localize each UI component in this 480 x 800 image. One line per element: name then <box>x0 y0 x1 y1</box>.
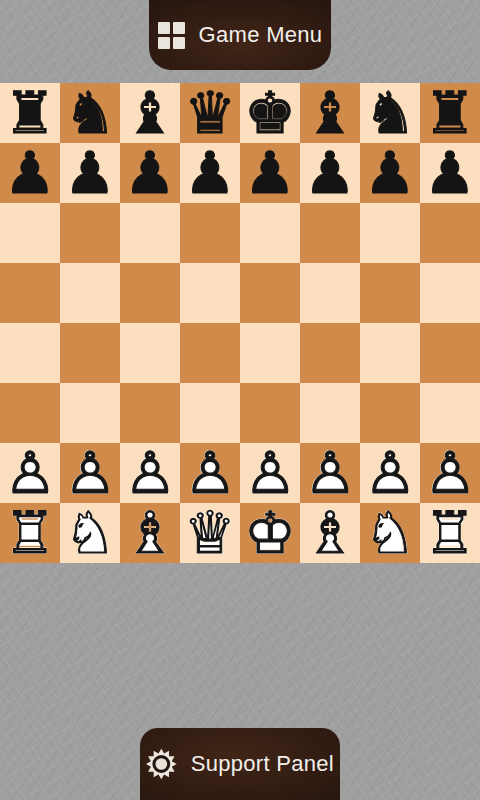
piece-black-knight[interactable]: ♞ <box>360 83 420 143</box>
piece-black-pawn[interactable]: ♟ <box>120 143 180 203</box>
square-d7[interactable]: ♟ <box>180 143 240 203</box>
square-f5[interactable] <box>300 263 360 323</box>
piece-black-rook[interactable]: ♜ <box>420 83 480 143</box>
square-c3[interactable] <box>120 383 180 443</box>
square-b8[interactable]: ♞ <box>60 83 120 143</box>
square-e5[interactable] <box>240 263 300 323</box>
square-b7[interactable]: ♟ <box>60 143 120 203</box>
piece-outline: ♖ <box>0 503 60 563</box>
square-h7[interactable]: ♟ <box>420 143 480 203</box>
square-f3[interactable] <box>300 383 360 443</box>
square-h8[interactable]: ♜ <box>420 83 480 143</box>
square-e4[interactable] <box>240 323 300 383</box>
square-e3[interactable] <box>240 383 300 443</box>
square-b4[interactable] <box>60 323 120 383</box>
piece-black-pawn[interactable]: ♟ <box>60 143 120 203</box>
piece-outline: ♙ <box>300 443 360 503</box>
square-c6[interactable] <box>120 203 180 263</box>
square-h3[interactable] <box>420 383 480 443</box>
square-a3[interactable] <box>0 383 60 443</box>
piece-outline: ♔ <box>240 503 300 563</box>
piece-white-pawn[interactable]: ♟♙ <box>180 443 240 503</box>
piece-black-pawn[interactable]: ♟ <box>0 143 60 203</box>
piece-outline: ♙ <box>120 443 180 503</box>
square-d3[interactable] <box>180 383 240 443</box>
square-g5[interactable] <box>360 263 420 323</box>
piece-black-pawn[interactable]: ♟ <box>360 143 420 203</box>
piece-outline: ♙ <box>420 443 480 503</box>
square-b1[interactable]: ♞♘ <box>60 503 120 563</box>
square-d4[interactable] <box>180 323 240 383</box>
piece-black-bishop[interactable]: ♝ <box>300 83 360 143</box>
square-f6[interactable] <box>300 203 360 263</box>
square-c2[interactable]: ♟♙ <box>120 443 180 503</box>
piece-outline: ♘ <box>60 503 120 563</box>
piece-black-pawn[interactable]: ♟ <box>300 143 360 203</box>
support-panel-label: Support Panel <box>191 751 334 777</box>
square-f1[interactable]: ♝♗ <box>300 503 360 563</box>
square-g2[interactable]: ♟♙ <box>360 443 420 503</box>
game-menu-button[interactable]: Game Menu <box>149 0 331 70</box>
piece-white-pawn[interactable]: ♟♙ <box>0 443 60 503</box>
square-a5[interactable] <box>0 263 60 323</box>
piece-white-pawn[interactable]: ♟♙ <box>420 443 480 503</box>
square-a4[interactable] <box>0 323 60 383</box>
square-a6[interactable] <box>0 203 60 263</box>
piece-outline: ♙ <box>360 443 420 503</box>
square-g6[interactable] <box>360 203 420 263</box>
square-d2[interactable]: ♟♙ <box>180 443 240 503</box>
square-b6[interactable] <box>60 203 120 263</box>
square-g1[interactable]: ♞♘ <box>360 503 420 563</box>
piece-outline: ♙ <box>60 443 120 503</box>
piece-outline: ♘ <box>360 503 420 563</box>
piece-white-pawn[interactable]: ♟♙ <box>240 443 300 503</box>
square-e7[interactable]: ♟ <box>240 143 300 203</box>
piece-black-queen[interactable]: ♛ <box>180 83 240 143</box>
square-e1[interactable]: ♚♔ <box>240 503 300 563</box>
piece-outline: ♙ <box>0 443 60 503</box>
piece-white-rook[interactable]: ♜♖ <box>0 503 60 563</box>
sun-gear-icon <box>146 747 177 781</box>
piece-white-pawn[interactable]: ♟♙ <box>60 443 120 503</box>
square-c4[interactable] <box>120 323 180 383</box>
piece-white-queen[interactable]: ♛♕ <box>180 503 240 563</box>
piece-white-pawn[interactable]: ♟♙ <box>300 443 360 503</box>
square-b2[interactable]: ♟♙ <box>60 443 120 503</box>
chess-board[interactable]: ♜♞♝♛♚♝♞♜♟♟♟♟♟♟♟♟♟♙♟♙♟♙♟♙♟♙♟♙♟♙♟♙♜♖♞♘♝♗♛♕… <box>0 83 480 563</box>
square-h1[interactable]: ♜♖ <box>420 503 480 563</box>
square-f8[interactable]: ♝ <box>300 83 360 143</box>
square-e2[interactable]: ♟♙ <box>240 443 300 503</box>
square-h2[interactable]: ♟♙ <box>420 443 480 503</box>
piece-outline: ♗ <box>300 503 360 563</box>
piece-outline: ♙ <box>240 443 300 503</box>
square-d6[interactable] <box>180 203 240 263</box>
square-c1[interactable]: ♝♗ <box>120 503 180 563</box>
square-d5[interactable] <box>180 263 240 323</box>
square-a1[interactable]: ♜♖ <box>0 503 60 563</box>
piece-outline: ♕ <box>180 503 240 563</box>
square-c8[interactable]: ♝ <box>120 83 180 143</box>
square-a2[interactable]: ♟♙ <box>0 443 60 503</box>
game-menu-label: Game Menu <box>199 22 323 48</box>
piece-black-knight[interactable]: ♞ <box>60 83 120 143</box>
square-g7[interactable]: ♟ <box>360 143 420 203</box>
square-b3[interactable] <box>60 383 120 443</box>
square-b5[interactable] <box>60 263 120 323</box>
app-screen: Game Menu ♜♞♝♛♚♝♞♜♟♟♟♟♟♟♟♟♟♙♟♙♟♙♟♙♟♙♟♙♟♙… <box>0 0 480 800</box>
piece-white-rook[interactable]: ♜♖ <box>420 503 480 563</box>
square-g3[interactable] <box>360 383 420 443</box>
piece-black-rook[interactable]: ♜ <box>0 83 60 143</box>
square-h6[interactable] <box>420 203 480 263</box>
square-a8[interactable]: ♜ <box>0 83 60 143</box>
piece-black-pawn[interactable]: ♟ <box>180 143 240 203</box>
piece-white-pawn[interactable]: ♟♙ <box>360 443 420 503</box>
piece-black-pawn[interactable]: ♟ <box>240 143 300 203</box>
piece-black-king[interactable]: ♚ <box>240 83 300 143</box>
square-f7[interactable]: ♟ <box>300 143 360 203</box>
piece-white-knight[interactable]: ♞♘ <box>60 503 120 563</box>
piece-white-bishop[interactable]: ♝♗ <box>300 503 360 563</box>
piece-white-knight[interactable]: ♞♘ <box>360 503 420 563</box>
square-h5[interactable] <box>420 263 480 323</box>
square-f4[interactable] <box>300 323 360 383</box>
square-f2[interactable]: ♟♙ <box>300 443 360 503</box>
square-c7[interactable]: ♟ <box>120 143 180 203</box>
piece-white-king[interactable]: ♚♔ <box>240 503 300 563</box>
piece-black-bishop[interactable]: ♝ <box>120 83 180 143</box>
piece-white-bishop[interactable]: ♝♗ <box>120 503 180 563</box>
square-d8[interactable]: ♛ <box>180 83 240 143</box>
square-e6[interactable] <box>240 203 300 263</box>
square-g4[interactable] <box>360 323 420 383</box>
square-c5[interactable] <box>120 263 180 323</box>
square-h4[interactable] <box>420 323 480 383</box>
grid-icon <box>158 22 185 49</box>
piece-black-pawn[interactable]: ♟ <box>420 143 480 203</box>
square-e8[interactable]: ♚ <box>240 83 300 143</box>
piece-white-pawn[interactable]: ♟♙ <box>120 443 180 503</box>
support-panel-button[interactable]: Support Panel <box>140 728 340 800</box>
square-g8[interactable]: ♞ <box>360 83 420 143</box>
square-a7[interactable]: ♟ <box>0 143 60 203</box>
piece-outline: ♗ <box>120 503 180 563</box>
piece-outline: ♙ <box>180 443 240 503</box>
piece-outline: ♖ <box>420 503 480 563</box>
square-d1[interactable]: ♛♕ <box>180 503 240 563</box>
